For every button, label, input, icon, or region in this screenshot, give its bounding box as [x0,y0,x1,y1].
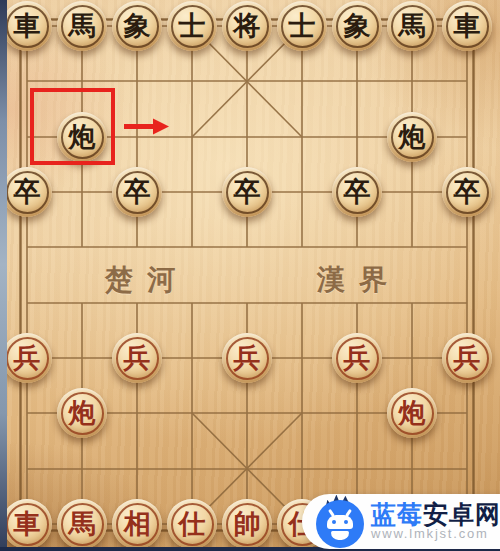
watermark-url: www.lmkjst.com [371,527,500,541]
left-edge-strip [0,0,7,551]
app-screen: 楚河 漢界 車馬象士将士象馬車炮炮卒卒卒卒卒兵兵兵兵兵炮炮車馬相仕帥仕相馬車 蓝… [0,0,500,551]
android-mascot-icon [316,500,364,548]
watermark-title: 蓝莓安卓网 [371,501,500,527]
xiangqi-board[interactable]: 楚河 漢界 車馬象士将士象馬車炮炮卒卒卒卒卒兵兵兵兵兵炮炮車馬相仕帥仕相馬車 [0,0,500,551]
watermark-logo-icon [316,498,364,546]
move-arrow-icon [0,0,500,551]
watermark-text: 蓝莓安卓网 www.lmkjst.com [371,501,500,542]
watermark-brand-dark: 安卓网 [423,500,500,528]
watermark-brand-blue: 蓝莓 [371,500,423,528]
watermark-badge[interactable]: 蓝莓安卓网 www.lmkjst.com [302,494,500,549]
